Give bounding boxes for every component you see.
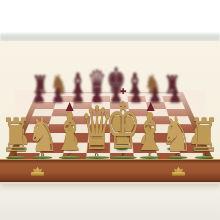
- square-h7[interactable]: [164, 102, 185, 109]
- square-b5[interactable]: [49, 116, 71, 124]
- square-d5[interactable]: [90, 116, 110, 124]
- square-f7[interactable]: [128, 102, 147, 109]
- brass-clasp-right: [172, 167, 185, 176]
- brass-clasp-bar: [31, 172, 44, 176]
- square-f4[interactable]: [130, 124, 152, 133]
- square-e6[interactable]: [110, 109, 130, 116]
- square-c6[interactable]: [71, 109, 91, 116]
- square-e3[interactable]: [110, 133, 132, 143]
- square-g6[interactable]: [148, 109, 169, 116]
- square-f5[interactable]: [130, 116, 151, 124]
- square-h2[interactable]: [177, 143, 204, 153]
- square-d3[interactable]: [88, 133, 110, 143]
- square-e7[interactable]: [110, 102, 129, 109]
- file-label-h: H: [202, 153, 206, 158]
- square-d6[interactable]: [90, 109, 110, 116]
- square-e5[interactable]: [110, 116, 130, 124]
- square-f3[interactable]: [131, 133, 154, 143]
- file-label-d: D: [95, 153, 99, 158]
- file-label-c: C: [68, 153, 72, 158]
- square-c7[interactable]: [72, 102, 91, 109]
- file-label-b: B: [41, 153, 45, 158]
- file-label-a: A: [14, 153, 18, 158]
- square-a7[interactable]: [35, 102, 56, 109]
- square-h4[interactable]: [171, 124, 195, 133]
- square-g5[interactable]: [149, 116, 171, 124]
- square-g3[interactable]: [153, 133, 177, 143]
- brass-clasp-left: [31, 167, 44, 176]
- square-d7[interactable]: [91, 102, 110, 109]
- square-f2[interactable]: [132, 143, 156, 153]
- square-h3[interactable]: [174, 133, 199, 143]
- square-b3[interactable]: [43, 133, 67, 143]
- file-label-e: E: [121, 153, 124, 158]
- file-label-g: G: [175, 153, 179, 158]
- square-h6[interactable]: [166, 109, 188, 116]
- square-e4[interactable]: [110, 124, 131, 133]
- square-c4[interactable]: [67, 124, 89, 133]
- background-wall: [0, 0, 220, 34]
- square-c3[interactable]: [65, 133, 88, 143]
- square-f6[interactable]: [129, 109, 149, 116]
- square-h5[interactable]: [169, 116, 192, 124]
- brass-clasp-bar: [172, 172, 185, 176]
- square-b6[interactable]: [51, 109, 72, 116]
- square-b7[interactable]: [54, 102, 74, 109]
- square-b4[interactable]: [46, 124, 69, 133]
- square-c2[interactable]: [63, 143, 87, 153]
- square-g7[interactable]: [146, 102, 166, 109]
- table-surface: [0, 182, 220, 220]
- chess-set-photo: ABCDEFGH ♜♞♝♛♚♝♞♜♟♟♟♟♟♟♟♟♟♟♟♟♟♟♟♟♜♞♝♛♚✚♝…: [0, 0, 220, 220]
- square-d4[interactable]: [89, 124, 110, 133]
- square-c5[interactable]: [69, 116, 90, 124]
- square-a5[interactable]: [29, 116, 52, 124]
- square-g4[interactable]: [151, 124, 174, 133]
- file-label-f: F: [148, 153, 151, 158]
- square-a6[interactable]: [32, 109, 54, 116]
